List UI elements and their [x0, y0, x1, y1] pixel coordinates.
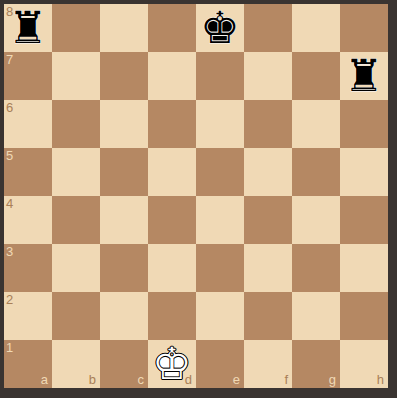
square-a3[interactable]: 3 [4, 244, 52, 292]
square-a2[interactable]: 2 [4, 292, 52, 340]
square-c1[interactable]: c [100, 340, 148, 388]
square-g3[interactable] [292, 244, 340, 292]
square-g5[interactable] [292, 148, 340, 196]
square-h2[interactable] [340, 292, 388, 340]
square-d6[interactable] [148, 100, 196, 148]
file-label-b: b [89, 373, 96, 386]
square-g8[interactable] [292, 4, 340, 52]
square-h8[interactable] [340, 4, 388, 52]
square-c5[interactable] [100, 148, 148, 196]
rank-label-3: 3 [6, 245, 13, 258]
square-b2[interactable] [52, 292, 100, 340]
square-f4[interactable] [244, 196, 292, 244]
piece-white-king-d1[interactable]: ♚ [152, 340, 191, 388]
piece-black-king-e8[interactable]: ♚ [200, 4, 239, 52]
file-label-h: h [377, 373, 384, 386]
square-d3[interactable] [148, 244, 196, 292]
square-f5[interactable] [244, 148, 292, 196]
square-e7[interactable] [196, 52, 244, 100]
square-g4[interactable] [292, 196, 340, 244]
square-d4[interactable] [148, 196, 196, 244]
square-b3[interactable] [52, 244, 100, 292]
square-a4[interactable]: 4 [4, 196, 52, 244]
square-e1[interactable]: e [196, 340, 244, 388]
square-g2[interactable] [292, 292, 340, 340]
file-label-e: e [233, 373, 240, 386]
square-b8[interactable] [52, 4, 100, 52]
square-f7[interactable] [244, 52, 292, 100]
square-d8[interactable] [148, 4, 196, 52]
square-e4[interactable] [196, 196, 244, 244]
square-d2[interactable] [148, 292, 196, 340]
square-h1[interactable]: h [340, 340, 388, 388]
rank-label-5: 5 [6, 149, 13, 162]
square-a8[interactable]: 8♜ [4, 4, 52, 52]
square-f2[interactable] [244, 292, 292, 340]
square-g7[interactable] [292, 52, 340, 100]
square-d1[interactable]: d♚ [148, 340, 196, 388]
square-c2[interactable] [100, 292, 148, 340]
square-c7[interactable] [100, 52, 148, 100]
file-label-a: a [41, 373, 48, 386]
chess-board[interactable]: 8♜♚7♜654321abcd♚efgh [4, 4, 388, 388]
square-e8[interactable]: ♚ [196, 4, 244, 52]
square-c3[interactable] [100, 244, 148, 292]
square-h5[interactable] [340, 148, 388, 196]
square-c4[interactable] [100, 196, 148, 244]
square-a7[interactable]: 7 [4, 52, 52, 100]
square-b4[interactable] [52, 196, 100, 244]
chess-board-frame: 8♜♚7♜654321abcd♚efgh [0, 0, 397, 398]
square-a1[interactable]: 1a [4, 340, 52, 388]
square-f1[interactable]: f [244, 340, 292, 388]
square-e2[interactable] [196, 292, 244, 340]
square-h4[interactable] [340, 196, 388, 244]
square-f8[interactable] [244, 4, 292, 52]
rank-label-6: 6 [6, 101, 13, 114]
square-b1[interactable]: b [52, 340, 100, 388]
rank-label-2: 2 [6, 293, 13, 306]
rank-label-1: 1 [6, 341, 13, 354]
piece-black-rook-h7[interactable]: ♜ [344, 52, 383, 100]
square-b5[interactable] [52, 148, 100, 196]
square-e5[interactable] [196, 148, 244, 196]
square-c8[interactable] [100, 4, 148, 52]
square-f3[interactable] [244, 244, 292, 292]
square-g6[interactable] [292, 100, 340, 148]
rank-label-4: 4 [6, 197, 13, 210]
square-f6[interactable] [244, 100, 292, 148]
square-b7[interactable] [52, 52, 100, 100]
square-h6[interactable] [340, 100, 388, 148]
square-h7[interactable]: ♜ [340, 52, 388, 100]
square-a6[interactable]: 6 [4, 100, 52, 148]
square-e6[interactable] [196, 100, 244, 148]
square-h3[interactable] [340, 244, 388, 292]
square-e3[interactable] [196, 244, 244, 292]
square-b6[interactable] [52, 100, 100, 148]
square-a5[interactable]: 5 [4, 148, 52, 196]
file-label-c: c [138, 373, 145, 386]
square-g1[interactable]: g [292, 340, 340, 388]
file-label-f: f [284, 373, 288, 386]
square-d7[interactable] [148, 52, 196, 100]
square-c6[interactable] [100, 100, 148, 148]
file-label-g: g [329, 373, 336, 386]
rank-label-7: 7 [6, 53, 13, 66]
square-d5[interactable] [148, 148, 196, 196]
piece-black-rook-a8[interactable]: ♜ [8, 4, 47, 52]
